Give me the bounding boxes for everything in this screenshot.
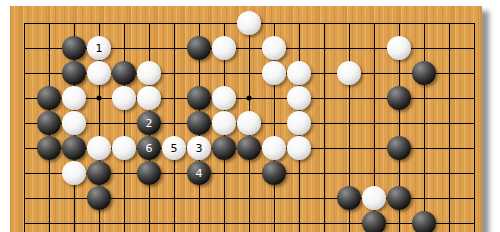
stone-white[interactable] (62, 161, 86, 185)
stone-black[interactable] (87, 161, 111, 185)
star-point (97, 96, 102, 101)
stone-black[interactable]: 2 (137, 111, 161, 135)
move-number: 3 (196, 143, 203, 154)
stone-white[interactable] (287, 111, 311, 135)
move-number: 4 (196, 168, 203, 179)
stone-white[interactable]: 5 (162, 136, 186, 160)
stone-black[interactable] (112, 61, 136, 85)
stone-white[interactable] (212, 86, 236, 110)
stone-black[interactable] (37, 111, 61, 135)
stone-black[interactable] (187, 36, 211, 60)
go-board[interactable]: 126534 (10, 6, 482, 232)
move-number: 6 (146, 143, 153, 154)
board-vline (424, 23, 425, 232)
board-vline (449, 23, 450, 232)
stone-white[interactable] (62, 111, 86, 135)
stone-black[interactable] (387, 186, 411, 210)
stone-white[interactable] (237, 111, 261, 135)
stone-black[interactable] (137, 161, 161, 185)
stone-black[interactable] (212, 136, 236, 160)
stone-black[interactable] (62, 61, 86, 85)
stone-black[interactable] (237, 136, 261, 160)
stone-black[interactable]: 6 (137, 136, 161, 160)
stone-black[interactable] (362, 211, 386, 232)
board-vline (474, 23, 475, 232)
stone-white[interactable] (362, 186, 386, 210)
stone-white[interactable] (112, 136, 136, 160)
star-point (247, 96, 252, 101)
move-number: 2 (146, 118, 153, 129)
stone-white[interactable]: 3 (187, 136, 211, 160)
stone-white[interactable] (212, 111, 236, 135)
stone-white[interactable] (287, 136, 311, 160)
stone-white[interactable] (387, 36, 411, 60)
board-vline (174, 23, 175, 232)
stone-white[interactable] (287, 86, 311, 110)
move-number: 5 (171, 143, 178, 154)
board-vline (124, 23, 125, 232)
stone-white[interactable] (337, 61, 361, 85)
stone-black[interactable] (337, 186, 361, 210)
stone-white[interactable] (237, 11, 261, 35)
stone-white[interactable] (262, 136, 286, 160)
stone-white[interactable] (262, 36, 286, 60)
stone-white[interactable] (87, 61, 111, 85)
stone-white[interactable] (212, 36, 236, 60)
move-number: 1 (96, 43, 103, 54)
stone-black[interactable] (62, 36, 86, 60)
stone-white[interactable] (112, 86, 136, 110)
stone-white[interactable]: 1 (87, 36, 111, 60)
stone-white[interactable] (62, 86, 86, 110)
stone-white[interactable] (262, 61, 286, 85)
screenshot-root: 126534 (0, 0, 500, 232)
stone-black[interactable] (187, 111, 211, 135)
stone-black[interactable]: 4 (187, 161, 211, 185)
stone-black[interactable] (387, 136, 411, 160)
stone-black[interactable] (87, 186, 111, 210)
stone-black[interactable] (37, 86, 61, 110)
stone-white[interactable] (87, 136, 111, 160)
stone-black[interactable] (387, 86, 411, 110)
stone-black[interactable] (187, 86, 211, 110)
board-vline (24, 23, 25, 232)
stone-black[interactable] (412, 61, 436, 85)
board-vline (324, 23, 325, 232)
stone-white[interactable] (137, 86, 161, 110)
stone-white[interactable] (137, 61, 161, 85)
stone-black[interactable] (37, 136, 61, 160)
stone-black[interactable] (62, 136, 86, 160)
stone-black[interactable] (262, 161, 286, 185)
stone-black[interactable] (412, 211, 436, 232)
stone-white[interactable] (287, 61, 311, 85)
